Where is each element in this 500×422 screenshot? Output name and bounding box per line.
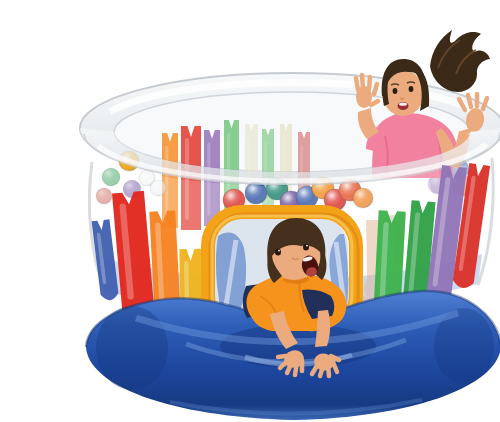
girl-left-eye bbox=[393, 88, 398, 94]
product-photo: Product photo: two children playing in a… bbox=[40, 16, 500, 422]
toddler-head bbox=[267, 218, 326, 283]
girl-right-eye bbox=[409, 86, 414, 92]
toddler-right-eye bbox=[303, 243, 309, 250]
inflatable-ball-pit-scene bbox=[40, 16, 500, 422]
toddler-left-eye bbox=[275, 248, 281, 255]
